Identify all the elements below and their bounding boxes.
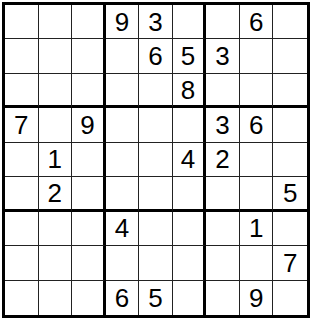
cell-r1c4[interactable]: 9 [106, 5, 140, 39]
cell-r2c6[interactable]: 5 [173, 39, 207, 73]
cell-r9c3[interactable] [72, 281, 106, 315]
cell-r8c6[interactable] [173, 246, 207, 280]
cell-r9c1[interactable] [5, 281, 39, 315]
cell-r9c6[interactable] [173, 281, 207, 315]
cell-r5c3[interactable] [72, 143, 106, 177]
cell-r1c9[interactable] [273, 5, 307, 39]
cell-r4c4[interactable] [106, 108, 140, 142]
cell-r1c8[interactable]: 6 [240, 5, 274, 39]
cell-r8c1[interactable] [5, 246, 39, 280]
cell-r2c8[interactable] [240, 39, 274, 73]
cell-r3c4[interactable] [106, 74, 140, 108]
cell-r4c3[interactable]: 9 [72, 108, 106, 142]
cell-r7c4[interactable]: 4 [106, 212, 140, 246]
cell-r2c3[interactable] [72, 39, 106, 73]
cell-r2c2[interactable] [39, 39, 73, 73]
cell-r3c6[interactable]: 8 [173, 74, 207, 108]
cell-r7c5[interactable] [139, 212, 173, 246]
cell-r6c2[interactable]: 2 [39, 177, 73, 211]
cell-r3c7[interactable] [206, 74, 240, 108]
cell-r6c4[interactable] [106, 177, 140, 211]
sudoku-page: 9366538793614225417659 [0, 0, 312, 320]
cell-r4c2[interactable] [39, 108, 73, 142]
cell-r7c3[interactable] [72, 212, 106, 246]
cell-r8c8[interactable] [240, 246, 274, 280]
cell-r4c9[interactable] [273, 108, 307, 142]
cell-r7c1[interactable] [5, 212, 39, 246]
cell-r1c7[interactable] [206, 5, 240, 39]
cell-r8c4[interactable] [106, 246, 140, 280]
cell-r6c3[interactable] [72, 177, 106, 211]
cell-r1c1[interactable] [5, 5, 39, 39]
cell-r5c7[interactable]: 2 [206, 143, 240, 177]
cell-r7c2[interactable] [39, 212, 73, 246]
cell-r4c6[interactable] [173, 108, 207, 142]
cell-r3c1[interactable] [5, 74, 39, 108]
cell-r3c2[interactable] [39, 74, 73, 108]
cell-r6c1[interactable] [5, 177, 39, 211]
cell-r2c1[interactable] [5, 39, 39, 73]
cell-r2c5[interactable]: 6 [139, 39, 173, 73]
cell-r9c7[interactable] [206, 281, 240, 315]
cell-r8c7[interactable] [206, 246, 240, 280]
cell-r7c7[interactable] [206, 212, 240, 246]
cell-r3c8[interactable] [240, 74, 274, 108]
cell-r7c9[interactable] [273, 212, 307, 246]
cell-r8c2[interactable] [39, 246, 73, 280]
cell-r3c9[interactable] [273, 74, 307, 108]
cell-r6c6[interactable] [173, 177, 207, 211]
sudoku-board: 9366538793614225417659 [2, 2, 310, 318]
cell-r1c5[interactable]: 3 [139, 5, 173, 39]
cell-r4c5[interactable] [139, 108, 173, 142]
cell-r5c1[interactable] [5, 143, 39, 177]
cell-r7c8[interactable]: 1 [240, 212, 274, 246]
cell-r5c9[interactable] [273, 143, 307, 177]
cell-r2c9[interactable] [273, 39, 307, 73]
cell-r9c2[interactable] [39, 281, 73, 315]
cell-r6c8[interactable] [240, 177, 274, 211]
cell-r6c9[interactable]: 5 [273, 177, 307, 211]
cell-r9c9[interactable] [273, 281, 307, 315]
cell-r4c7[interactable]: 3 [206, 108, 240, 142]
cell-r9c8[interactable]: 9 [240, 281, 274, 315]
cell-r8c9[interactable]: 7 [273, 246, 307, 280]
cell-r7c6[interactable] [173, 212, 207, 246]
cell-r1c6[interactable] [173, 5, 207, 39]
cell-r5c8[interactable] [240, 143, 274, 177]
cell-r3c5[interactable] [139, 74, 173, 108]
cell-r5c6[interactable]: 4 [173, 143, 207, 177]
cell-r6c5[interactable] [139, 177, 173, 211]
cell-r2c7[interactable]: 3 [206, 39, 240, 73]
cell-r9c4[interactable]: 6 [106, 281, 140, 315]
cell-r8c5[interactable] [139, 246, 173, 280]
cell-r4c8[interactable]: 6 [240, 108, 274, 142]
cell-r5c5[interactable] [139, 143, 173, 177]
cell-r6c7[interactable] [206, 177, 240, 211]
cell-r5c4[interactable] [106, 143, 140, 177]
cell-r5c2[interactable]: 1 [39, 143, 73, 177]
cell-r4c1[interactable]: 7 [5, 108, 39, 142]
cell-r8c3[interactable] [72, 246, 106, 280]
cell-r9c5[interactable]: 5 [139, 281, 173, 315]
cell-r1c3[interactable] [72, 5, 106, 39]
cell-r3c3[interactable] [72, 74, 106, 108]
cell-r1c2[interactable] [39, 5, 73, 39]
cell-r2c4[interactable] [106, 39, 140, 73]
